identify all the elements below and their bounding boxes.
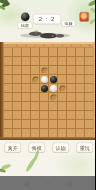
score-white: 2 (51, 16, 55, 23)
system-nav-bar: ◁ ○ □ (0, 176, 95, 190)
legal-move-hole[interactable] (32, 76, 39, 83)
player-black-stone-avatar (21, 13, 30, 22)
score-black: 2 (39, 16, 43, 23)
computer-avatar (80, 12, 90, 22)
white-stone (41, 76, 48, 83)
ink-painting-accent (35, 31, 38, 33)
ink-painting-mountain (40, 33, 57, 39)
white-stone (50, 85, 57, 92)
board-grid[interactable] (4, 48, 95, 139)
game-board: 12345678910 (0, 42, 95, 140)
black-stone (50, 76, 57, 83)
resign-button[interactable]: 认输 (53, 143, 70, 153)
player-name-label: 玩家 (18, 22, 33, 29)
back-icon[interactable]: ◁ (24, 179, 29, 187)
ink-painting-mountain (56, 34, 64, 38)
replay-button[interactable]: 重玩 (77, 143, 94, 153)
recents-icon[interactable]: □ (67, 179, 71, 187)
legal-move-hole[interactable] (59, 85, 66, 92)
action-button-row: 离开 悔棋 认输 重玩 (0, 143, 95, 153)
leave-button[interactable]: 离开 (5, 143, 22, 153)
board-bottom-edge (0, 138, 95, 141)
score-separator: : (46, 16, 49, 23)
black-stone (41, 85, 48, 92)
bamboo-leaf (90, 7, 95, 14)
bamboo-leaf (88, 0, 95, 7)
ink-painting-red-seal (52, 35, 55, 37)
app-window: 玩家 2 : 2 电脑 12345678910 离开 悔棋 认输 重玩 ◁ ○ … (0, 0, 95, 190)
legal-move-hole[interactable] (50, 94, 57, 101)
legal-move-hole[interactable] (41, 67, 48, 74)
score-badge: 2 : 2 (33, 14, 61, 24)
computer-name-label: 电脑 (62, 20, 76, 27)
board-right-edge (94, 42, 96, 140)
bamboo-leaf (89, 18, 95, 25)
home-icon[interactable]: ○ (46, 179, 50, 187)
board-left-edge (0, 42, 4, 140)
